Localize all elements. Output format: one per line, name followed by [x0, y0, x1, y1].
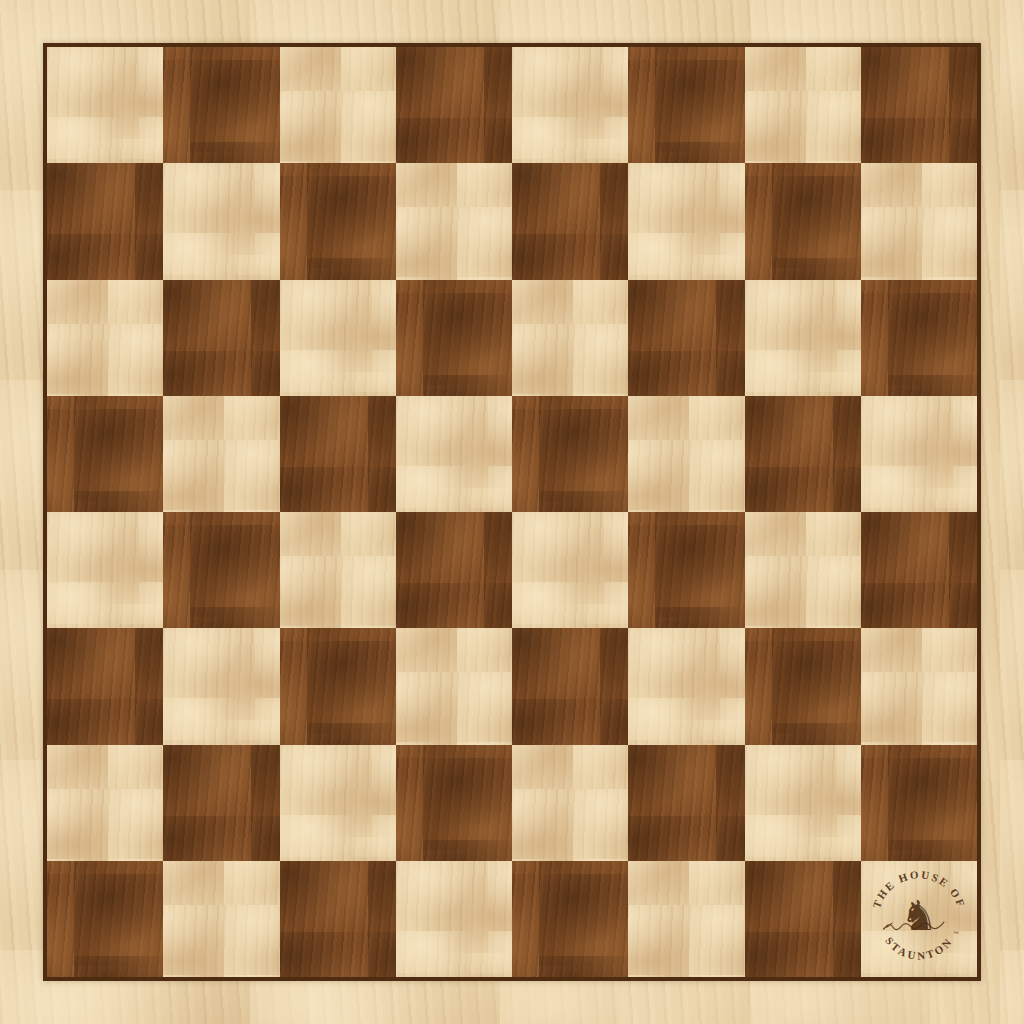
- square-e3[interactable]: [512, 628, 628, 744]
- wooden-chessboard-photo: { "game": "chess", "position": "8/8/8/8/…: [0, 0, 1024, 1024]
- square-a5[interactable]: [47, 396, 163, 512]
- square-c8[interactable]: [280, 47, 396, 163]
- square-d6[interactable]: [396, 280, 512, 396]
- square-b6[interactable]: [163, 280, 279, 396]
- square-d2[interactable]: [396, 745, 512, 861]
- square-a7[interactable]: [47, 163, 163, 279]
- square-f5[interactable]: [628, 396, 744, 512]
- square-b4[interactable]: [163, 512, 279, 628]
- chess-board: THE HOUSE OF STAUNTON ♞ ™: [43, 43, 981, 981]
- square-e1[interactable]: [512, 861, 628, 977]
- square-a4[interactable]: [47, 512, 163, 628]
- square-b3[interactable]: [163, 628, 279, 744]
- square-f4[interactable]: [628, 512, 744, 628]
- square-g1[interactable]: [745, 861, 861, 977]
- square-a8[interactable]: [47, 47, 163, 163]
- square-b5[interactable]: [163, 396, 279, 512]
- square-e6[interactable]: [512, 280, 628, 396]
- square-g5[interactable]: [745, 396, 861, 512]
- square-b7[interactable]: [163, 163, 279, 279]
- square-c6[interactable]: [280, 280, 396, 396]
- square-g4[interactable]: [745, 512, 861, 628]
- square-a6[interactable]: [47, 280, 163, 396]
- square-f8[interactable]: [628, 47, 744, 163]
- square-g6[interactable]: [745, 280, 861, 396]
- square-d8[interactable]: [396, 47, 512, 163]
- square-c1[interactable]: [280, 861, 396, 977]
- square-a3[interactable]: [47, 628, 163, 744]
- square-f2[interactable]: [628, 745, 744, 861]
- square-e2[interactable]: [512, 745, 628, 861]
- square-e5[interactable]: [512, 396, 628, 512]
- square-d3[interactable]: [396, 628, 512, 744]
- square-h8[interactable]: [861, 47, 977, 163]
- square-h3[interactable]: [861, 628, 977, 744]
- square-h2[interactable]: [861, 745, 977, 861]
- square-b2[interactable]: [163, 745, 279, 861]
- square-c2[interactable]: [280, 745, 396, 861]
- square-g3[interactable]: [745, 628, 861, 744]
- square-h6[interactable]: [861, 280, 977, 396]
- square-e8[interactable]: [512, 47, 628, 163]
- square-c3[interactable]: [280, 628, 396, 744]
- square-e4[interactable]: [512, 512, 628, 628]
- square-h1[interactable]: [861, 861, 977, 977]
- square-c7[interactable]: [280, 163, 396, 279]
- square-e7[interactable]: [512, 163, 628, 279]
- square-h4[interactable]: [861, 512, 977, 628]
- square-d7[interactable]: [396, 163, 512, 279]
- square-g8[interactable]: [745, 47, 861, 163]
- square-f1[interactable]: [628, 861, 744, 977]
- square-d4[interactable]: [396, 512, 512, 628]
- square-f7[interactable]: [628, 163, 744, 279]
- square-c5[interactable]: [280, 396, 396, 512]
- square-b1[interactable]: [163, 861, 279, 977]
- square-b8[interactable]: [163, 47, 279, 163]
- square-h7[interactable]: [861, 163, 977, 279]
- square-c4[interactable]: [280, 512, 396, 628]
- square-f6[interactable]: [628, 280, 744, 396]
- square-d5[interactable]: [396, 396, 512, 512]
- square-f3[interactable]: [628, 628, 744, 744]
- square-a2[interactable]: [47, 745, 163, 861]
- square-d1[interactable]: [396, 861, 512, 977]
- square-g7[interactable]: [745, 163, 861, 279]
- square-h5[interactable]: [861, 396, 977, 512]
- square-a1[interactable]: [47, 861, 163, 977]
- square-g2[interactable]: [745, 745, 861, 861]
